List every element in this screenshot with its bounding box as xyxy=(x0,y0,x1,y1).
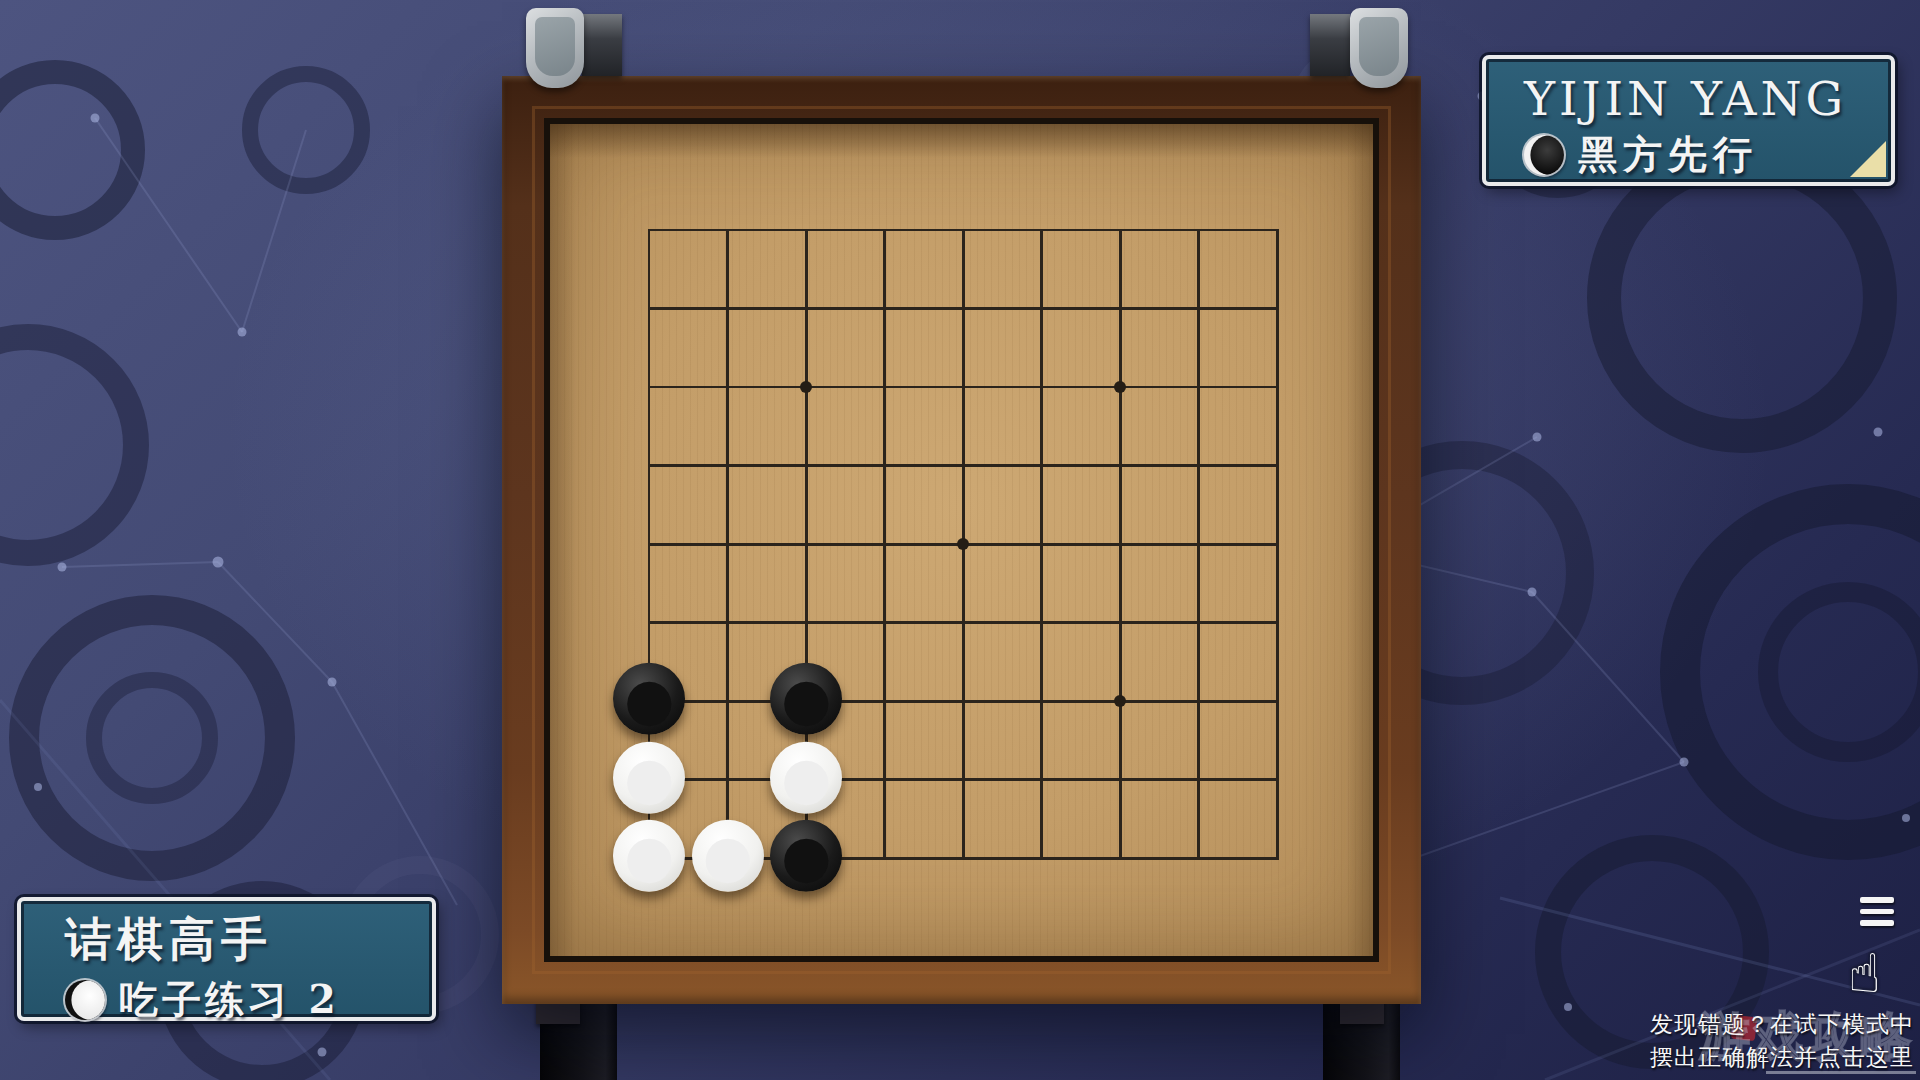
hand-click-cursor: ☝ xyxy=(1848,942,1881,1005)
board-frame: ●●●●●●● xyxy=(502,76,1421,1004)
puzzle-title: 诘棋高手 xyxy=(65,909,432,971)
player-panel: YIJIN YANG 黑方先行 xyxy=(1482,55,1895,186)
corner-fold-icon xyxy=(1850,141,1886,177)
puzzle-subtitle: 吃子练习 2 xyxy=(119,973,340,1027)
game-screen: ●●●●●●● YIJIN YANG 黑方先行 诘棋高手 吃子练习 2 ☝ 游戏… xyxy=(0,0,1920,1080)
hint-line1: 发现错题？在试下模式中 xyxy=(1650,1008,1914,1041)
board-surface: ●●●●●●● xyxy=(544,118,1379,962)
puzzle-panel: 诘棋高手 吃子练习 2 xyxy=(17,897,436,1021)
black-stone: ● xyxy=(770,820,842,892)
menu-bar-icon xyxy=(1860,920,1894,926)
white-stone: ● xyxy=(613,820,685,892)
player-name: YIJIN YANG xyxy=(1524,71,1891,126)
hint-text[interactable]: 发现错题？在试下模式中 摆出正确解法并点击这里 xyxy=(1650,1008,1914,1074)
menu-bar-icon xyxy=(1860,897,1894,903)
hint-line2: 摆出正确解法并点击这里 xyxy=(1650,1041,1914,1074)
menu-bar-icon xyxy=(1860,909,1894,915)
black-stone: ● xyxy=(770,663,842,735)
go-grid[interactable]: ●●●●●●● xyxy=(648,229,1279,860)
white-stone: ● xyxy=(613,742,685,814)
white-stone: ● xyxy=(692,820,764,892)
white-stone-icon xyxy=(65,980,105,1020)
black-stone-icon xyxy=(1524,135,1564,175)
star-point xyxy=(1114,381,1126,393)
menu-button[interactable] xyxy=(1860,897,1898,929)
clamp-right xyxy=(1308,8,1418,92)
star-point xyxy=(957,538,969,550)
turn-indicator: 黑方先行 xyxy=(1578,128,1758,182)
star-point xyxy=(1114,695,1126,707)
clamp-left xyxy=(526,8,636,92)
black-stone: ● xyxy=(613,663,685,735)
star-point xyxy=(800,381,812,393)
white-stone: ● xyxy=(770,742,842,814)
